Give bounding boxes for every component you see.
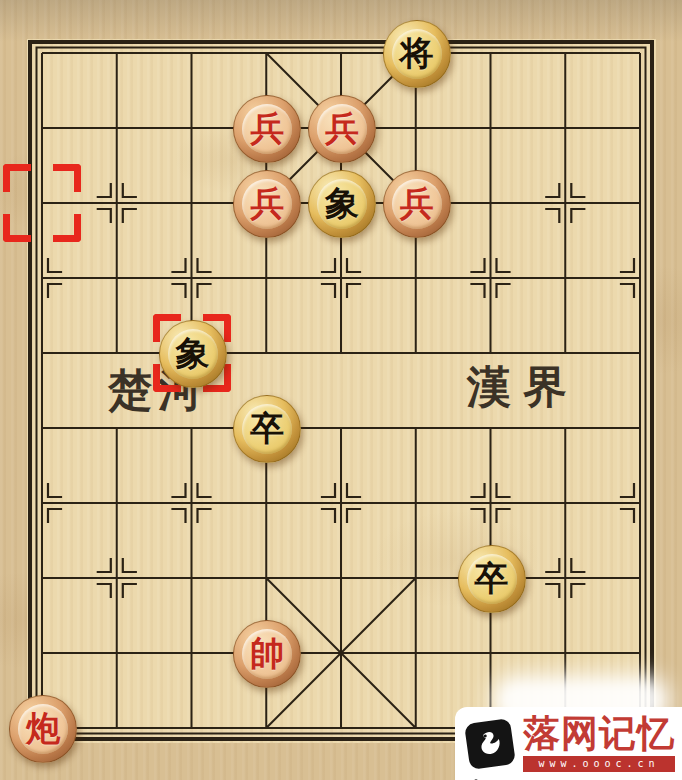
piece-face: 兵 [242, 179, 292, 229]
piece-face: 兵 [242, 104, 292, 154]
piece-face: 兵 [317, 104, 367, 154]
watermark-box: 落网记忆 www.oooc.cn [455, 707, 682, 780]
piece-character: 卒 [250, 411, 284, 445]
watermark-title: 落网记忆 [523, 715, 675, 754]
red-soldier-piece[interactable]: 兵 [383, 170, 451, 238]
piece-layer: 将兵兵兵象兵象卒卒帥炮 [0, 0, 682, 780]
piece-face: 兵 [392, 179, 442, 229]
piece-character: 兵 [325, 111, 359, 145]
red-soldier-piece[interactable]: 兵 [233, 170, 301, 238]
move-origin-marker [3, 164, 81, 242]
piece-face: 象 [317, 179, 367, 229]
red-soldier-piece[interactable]: 兵 [308, 95, 376, 163]
black-general-piece[interactable]: 将 [383, 20, 451, 88]
black-elephant-piece[interactable]: 象 [159, 320, 227, 388]
black-elephant-piece[interactable]: 象 [308, 170, 376, 238]
piece-face: 象 [168, 329, 218, 379]
piece-character: 兵 [400, 186, 434, 220]
watermark-url-bar: www.oooc.cn [523, 756, 675, 772]
piece-character: 炮 [26, 711, 60, 745]
swan-logo-icon [464, 718, 516, 770]
red-cannon-piece[interactable]: 炮 [9, 695, 77, 763]
watermark: 落网记忆 www.oooc.cn [455, 707, 682, 780]
app-background: 楚河 漢界 将兵兵兵象兵象卒卒帥炮 落网记忆 www.oooc.cn [0, 0, 682, 780]
piece-face: 卒 [242, 404, 292, 454]
piece-character: 帥 [250, 636, 284, 670]
piece-character: 象 [325, 186, 359, 220]
red-general-piece[interactable]: 帥 [233, 620, 301, 688]
piece-face: 将 [392, 29, 442, 79]
red-soldier-piece[interactable]: 兵 [233, 95, 301, 163]
piece-character: 象 [176, 336, 210, 370]
black-soldier-piece[interactable]: 卒 [458, 545, 526, 613]
piece-character: 兵 [250, 186, 284, 220]
piece-character: 卒 [475, 561, 509, 595]
piece-face: 卒 [467, 554, 517, 604]
watermark-url: www.oooc.cn [538, 758, 659, 769]
piece-character: 兵 [250, 111, 284, 145]
black-soldier-piece[interactable]: 卒 [233, 395, 301, 463]
piece-face: 帥 [242, 629, 292, 679]
piece-face: 炮 [18, 704, 68, 754]
piece-character: 将 [400, 36, 434, 70]
